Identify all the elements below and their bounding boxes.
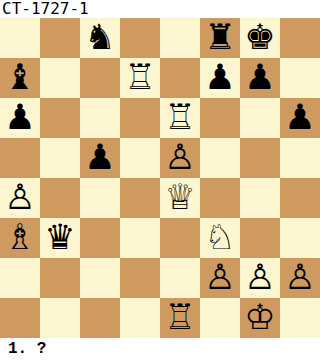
square-c6[interactable]	[80, 98, 120, 138]
piece-white-bishop: ♗	[4, 217, 35, 257]
square-g2[interactable]: ♙	[240, 258, 280, 298]
chess-puzzle-page: CT-1727-1 ♞♜♚♝♖♟♟♟♖♟♟♙♙♕♗♛♘♙♙♙♖♔ 1. ?	[0, 0, 320, 360]
square-c2[interactable]	[80, 258, 120, 298]
move-prompt: 1. ?	[0, 338, 320, 360]
square-f2[interactable]: ♙	[200, 258, 240, 298]
square-e3[interactable]	[160, 218, 200, 258]
square-a1[interactable]	[0, 298, 40, 338]
square-f5[interactable]	[200, 138, 240, 178]
square-b7[interactable]	[40, 58, 80, 98]
piece-black-knight: ♞	[84, 17, 115, 57]
piece-white-pawn: ♙	[204, 257, 235, 297]
square-a2[interactable]	[0, 258, 40, 298]
square-g1[interactable]: ♔	[240, 298, 280, 338]
square-d1[interactable]	[120, 298, 160, 338]
square-c3[interactable]	[80, 218, 120, 258]
piece-white-pawn: ♙	[164, 137, 195, 177]
square-f4[interactable]	[200, 178, 240, 218]
piece-black-king: ♚	[244, 17, 275, 57]
piece-white-pawn: ♙	[284, 257, 315, 297]
square-c1[interactable]	[80, 298, 120, 338]
square-f7[interactable]: ♟	[200, 58, 240, 98]
square-a3[interactable]: ♗	[0, 218, 40, 258]
square-b3[interactable]: ♛	[40, 218, 80, 258]
square-h8[interactable]	[280, 18, 320, 58]
square-c8[interactable]: ♞	[80, 18, 120, 58]
square-a4[interactable]: ♙	[0, 178, 40, 218]
piece-black-queen: ♛	[44, 217, 75, 257]
square-h3[interactable]	[280, 218, 320, 258]
square-b8[interactable]	[40, 18, 80, 58]
square-g6[interactable]	[240, 98, 280, 138]
piece-black-pawn: ♟	[4, 97, 35, 137]
piece-black-pawn: ♟	[244, 57, 275, 97]
square-c4[interactable]	[80, 178, 120, 218]
square-b6[interactable]	[40, 98, 80, 138]
piece-black-pawn: ♟	[84, 137, 115, 177]
piece-black-pawn: ♟	[284, 97, 315, 137]
square-e8[interactable]	[160, 18, 200, 58]
square-f1[interactable]	[200, 298, 240, 338]
square-d2[interactable]	[120, 258, 160, 298]
square-e7[interactable]	[160, 58, 200, 98]
square-h2[interactable]: ♙	[280, 258, 320, 298]
piece-white-rook: ♖	[164, 97, 195, 137]
square-f6[interactable]	[200, 98, 240, 138]
square-a6[interactable]: ♟	[0, 98, 40, 138]
square-e6[interactable]: ♖	[160, 98, 200, 138]
square-c5[interactable]: ♟	[80, 138, 120, 178]
square-g7[interactable]: ♟	[240, 58, 280, 98]
square-h7[interactable]	[280, 58, 320, 98]
square-e2[interactable]	[160, 258, 200, 298]
square-e1[interactable]: ♖	[160, 298, 200, 338]
square-g8[interactable]: ♚	[240, 18, 280, 58]
chess-board: ♞♜♚♝♖♟♟♟♖♟♟♙♙♕♗♛♘♙♙♙♖♔	[0, 18, 320, 338]
square-a5[interactable]	[0, 138, 40, 178]
piece-white-knight: ♘	[204, 217, 235, 257]
square-e5[interactable]: ♙	[160, 138, 200, 178]
piece-white-rook: ♖	[164, 297, 195, 337]
piece-white-rook: ♖	[124, 57, 155, 97]
square-a7[interactable]: ♝	[0, 58, 40, 98]
square-h6[interactable]: ♟	[280, 98, 320, 138]
square-b5[interactable]	[40, 138, 80, 178]
square-g5[interactable]	[240, 138, 280, 178]
piece-white-pawn: ♙	[244, 257, 275, 297]
square-b4[interactable]	[40, 178, 80, 218]
square-d3[interactable]	[120, 218, 160, 258]
square-h5[interactable]	[280, 138, 320, 178]
piece-black-rook: ♜	[204, 17, 235, 57]
square-h4[interactable]	[280, 178, 320, 218]
square-e4[interactable]: ♕	[160, 178, 200, 218]
square-d6[interactable]	[120, 98, 160, 138]
square-d5[interactable]	[120, 138, 160, 178]
square-a8[interactable]	[0, 18, 40, 58]
piece-white-queen: ♕	[164, 177, 195, 217]
piece-white-pawn: ♙	[4, 177, 35, 217]
square-d8[interactable]	[120, 18, 160, 58]
piece-black-bishop: ♝	[4, 57, 35, 97]
square-f3[interactable]: ♘	[200, 218, 240, 258]
piece-white-king: ♔	[244, 297, 275, 337]
square-b2[interactable]	[40, 258, 80, 298]
square-f8[interactable]: ♜	[200, 18, 240, 58]
square-h1[interactable]	[280, 298, 320, 338]
square-d4[interactable]	[120, 178, 160, 218]
piece-black-pawn: ♟	[204, 57, 235, 97]
puzzle-title: CT-1727-1	[0, 0, 320, 18]
square-g3[interactable]	[240, 218, 280, 258]
square-b1[interactable]	[40, 298, 80, 338]
square-g4[interactable]	[240, 178, 280, 218]
square-d7[interactable]: ♖	[120, 58, 160, 98]
square-c7[interactable]	[80, 58, 120, 98]
